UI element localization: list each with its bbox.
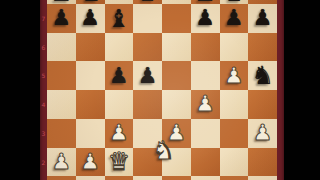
piece-black-king-g8[interactable]: ♚ (223, 0, 245, 5)
square-b2[interactable]: ♟ (76, 148, 105, 177)
piece-black-bishop-c7[interactable]: ♝ (108, 6, 130, 31)
square-a2[interactable]: ♟ (47, 148, 76, 177)
piece-white-pawn-b2[interactable]: ♟ (80, 151, 100, 173)
square-h3[interactable]: ♟ (248, 119, 277, 148)
piece-black-rook-f8[interactable]: ♜ (194, 0, 216, 5)
square-h4[interactable] (248, 90, 277, 119)
rank-label-7: 7 (40, 15, 47, 22)
square-d1[interactable] (133, 176, 162, 180)
square-c7[interactable]: ♝ (105, 4, 134, 33)
piece-black-knight-h5[interactable]: ♞ (251, 63, 273, 88)
piece-white-pawn-c3[interactable]: ♟ (109, 122, 129, 144)
square-f5[interactable] (191, 61, 220, 90)
piece-black-pawn-g7[interactable]: ♟ (224, 7, 244, 29)
square-a4[interactable] (47, 90, 76, 119)
square-e4[interactable] (162, 90, 191, 119)
square-e1[interactable] (162, 176, 191, 180)
chess-board-frame: ♜♞♛♜♚♟♟♝♟♟♟♟♟♟♞♟♟♟♟♟♟♛♞ 87654321 (40, 0, 284, 180)
square-d5[interactable]: ♟ (133, 61, 162, 90)
piece-black-knight-b8[interactable]: ♞ (79, 0, 101, 5)
piece-black-pawn-h7[interactable]: ♟ (253, 7, 273, 29)
piece-white-queen-c2[interactable]: ♛ (108, 149, 130, 174)
square-a8[interactable]: ♜ (47, 0, 76, 4)
square-g2[interactable] (220, 148, 249, 177)
square-b1[interactable] (76, 176, 105, 180)
square-a3[interactable] (47, 119, 76, 148)
square-b7[interactable]: ♟ (76, 4, 105, 33)
piece-black-queen-d8[interactable]: ♛ (136, 0, 158, 5)
rank-label-5: 5 (40, 72, 47, 79)
piece-black-pawn-f7[interactable]: ♟ (195, 7, 215, 29)
square-f2[interactable] (191, 148, 220, 177)
square-h7[interactable]: ♟ (248, 4, 277, 33)
piece-white-pawn-h3[interactable]: ♟ (253, 122, 273, 144)
square-a7[interactable]: ♟ (47, 4, 76, 33)
square-d8[interactable]: ♛ (133, 0, 162, 4)
square-d6[interactable] (133, 33, 162, 62)
piece-black-pawn-b7[interactable]: ♟ (80, 7, 100, 29)
square-h1[interactable] (248, 176, 277, 180)
square-a5[interactable] (47, 61, 76, 90)
square-f6[interactable] (191, 33, 220, 62)
piece-white-pawn-a2[interactable]: ♟ (52, 151, 72, 173)
square-f7[interactable]: ♟ (191, 4, 220, 33)
square-c3[interactable]: ♟ (105, 119, 134, 148)
square-c2[interactable]: ♛ (105, 148, 134, 177)
square-b6[interactable] (76, 33, 105, 62)
square-g1[interactable] (220, 176, 249, 180)
square-f4[interactable]: ♟ (191, 90, 220, 119)
square-f8[interactable]: ♜ (191, 0, 220, 4)
piece-black-rook-a8[interactable]: ♜ (50, 0, 72, 5)
square-b3[interactable] (76, 119, 105, 148)
square-e6[interactable] (162, 33, 191, 62)
square-g8[interactable]: ♚ (220, 0, 249, 4)
square-g6[interactable] (220, 33, 249, 62)
square-e5[interactable] (162, 61, 191, 90)
rank-label-6: 6 (40, 44, 47, 51)
piece-white-pawn-f4[interactable]: ♟ (195, 93, 215, 115)
square-b4[interactable] (76, 90, 105, 119)
square-a1[interactable] (47, 176, 76, 180)
square-g3[interactable] (220, 119, 249, 148)
piece-black-pawn-a7[interactable]: ♟ (52, 7, 72, 29)
square-c4[interactable] (105, 90, 134, 119)
square-e2[interactable]: ♞ (162, 148, 191, 177)
piece-white-pawn-g5[interactable]: ♟ (224, 65, 244, 87)
square-f3[interactable] (191, 119, 220, 148)
square-e7[interactable] (162, 4, 191, 33)
piece-black-pawn-d5[interactable]: ♟ (138, 65, 158, 87)
piece-black-pawn-c5[interactable]: ♟ (109, 65, 129, 87)
chess-board: ♜♞♛♜♚♟♟♝♟♟♟♟♟♟♞♟♟♟♟♟♟♛♞ (47, 0, 277, 180)
rank-label-3: 3 (40, 130, 47, 137)
square-c1[interactable] (105, 176, 134, 180)
square-h5[interactable]: ♞ (248, 61, 277, 90)
square-f1[interactable] (191, 176, 220, 180)
video-frame: ♜♞♛♜♚♟♟♝♟♟♟♟♟♟♞♟♟♟♟♟♟♛♞ 87654321 (0, 0, 320, 180)
square-b8[interactable]: ♞ (76, 0, 105, 4)
square-g5[interactable]: ♟ (220, 61, 249, 90)
piece-white-knight-e2-moving[interactable]: ♞ (152, 138, 174, 163)
square-g7[interactable]: ♟ (220, 4, 249, 33)
square-a6[interactable] (47, 33, 76, 62)
square-d4[interactable] (133, 90, 162, 119)
square-g4[interactable] (220, 90, 249, 119)
square-b5[interactable] (76, 61, 105, 90)
rank-label-2: 2 (40, 159, 47, 166)
rank-label-4: 4 (40, 101, 47, 108)
square-h6[interactable] (248, 33, 277, 62)
square-d7[interactable] (133, 4, 162, 33)
square-c6[interactable] (105, 33, 134, 62)
square-h2[interactable] (248, 148, 277, 177)
square-c5[interactable]: ♟ (105, 61, 134, 90)
